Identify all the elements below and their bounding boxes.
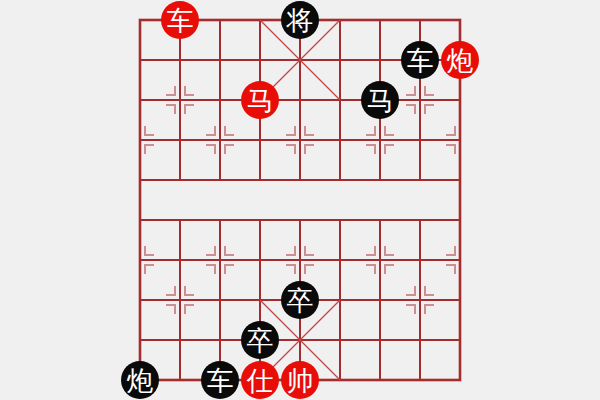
piece-black-chariot[interactable]: 车 (401, 41, 439, 79)
piece-red-horse[interactable]: 马 (241, 81, 279, 119)
piece-red-chariot[interactable]: 车 (161, 1, 199, 39)
piece-red-cannon[interactable]: 炮 (441, 41, 479, 79)
piece-red-advisor[interactable]: 仕 (241, 361, 279, 399)
piece-black-soldier[interactable]: 卒 (241, 321, 279, 359)
pieces-layer: 车将车炮马马卒卒炮车仕帅 (120, 0, 480, 400)
piece-black-chariot[interactable]: 车 (201, 361, 239, 399)
piece-black-soldier[interactable]: 卒 (281, 281, 319, 319)
piece-black-cannon[interactable]: 炮 (121, 361, 159, 399)
piece-black-horse[interactable]: 马 (361, 81, 399, 119)
xiangqi-board: 车将车炮马马卒卒炮车仕帅 (0, 0, 600, 400)
piece-black-general[interactable]: 将 (281, 1, 319, 39)
piece-red-general[interactable]: 帅 (281, 361, 319, 399)
